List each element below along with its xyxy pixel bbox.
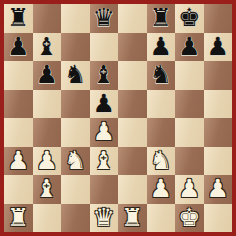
square-e7[interactable]	[118, 33, 147, 62]
black-knight: ♞	[150, 61, 172, 89]
square-c7[interactable]	[61, 33, 90, 62]
square-f7[interactable]: ♟	[147, 33, 176, 62]
square-c4[interactable]	[61, 118, 90, 147]
square-c5[interactable]	[61, 90, 90, 119]
white-rook: ♜	[7, 204, 29, 232]
square-g5[interactable]	[175, 90, 204, 119]
square-b7[interactable]: ♝	[33, 33, 62, 62]
square-e4[interactable]	[118, 118, 147, 147]
square-a5[interactable]	[4, 90, 33, 119]
white-pawn: ♟	[178, 175, 200, 203]
square-h5[interactable]	[204, 90, 233, 119]
white-pawn: ♟	[93, 118, 115, 146]
white-king: ♚	[178, 204, 200, 232]
square-b3[interactable]: ♟	[33, 147, 62, 176]
square-e5[interactable]	[118, 90, 147, 119]
black-rook: ♜	[7, 4, 29, 32]
square-a8[interactable]: ♜	[4, 4, 33, 33]
square-d2[interactable]	[90, 175, 119, 204]
white-pawn: ♟	[207, 175, 229, 203]
square-d8[interactable]: ♛	[90, 4, 119, 33]
square-g7[interactable]: ♟	[175, 33, 204, 62]
square-h8[interactable]	[204, 4, 233, 33]
square-d1[interactable]: ♛	[90, 204, 119, 233]
square-c3[interactable]: ♞	[61, 147, 90, 176]
black-pawn: ♟	[207, 33, 229, 61]
square-a7[interactable]: ♟	[4, 33, 33, 62]
square-g4[interactable]	[175, 118, 204, 147]
chess-board: ♜♛♜♚♟♝♟♟♟♟♞♝♞♟♟♟♟♞♝♞♝♟♟♟♜♛♜♚	[4, 4, 232, 232]
white-pawn: ♟	[36, 147, 58, 175]
square-e8[interactable]	[118, 4, 147, 33]
square-f3[interactable]: ♞	[147, 147, 176, 176]
white-knight: ♞	[150, 147, 172, 175]
black-pawn: ♟	[93, 90, 115, 118]
square-f5[interactable]	[147, 90, 176, 119]
square-b2[interactable]: ♝	[33, 175, 62, 204]
black-bishop: ♝	[93, 61, 115, 89]
square-h1[interactable]	[204, 204, 233, 233]
square-f2[interactable]: ♟	[147, 175, 176, 204]
square-a2[interactable]	[4, 175, 33, 204]
square-h7[interactable]: ♟	[204, 33, 233, 62]
square-b5[interactable]	[33, 90, 62, 119]
square-e2[interactable]	[118, 175, 147, 204]
black-pawn: ♟	[36, 61, 58, 89]
black-king: ♚	[178, 4, 200, 32]
square-d6[interactable]: ♝	[90, 61, 119, 90]
square-b1[interactable]	[33, 204, 62, 233]
square-g2[interactable]: ♟	[175, 175, 204, 204]
black-pawn: ♟	[178, 33, 200, 61]
square-f4[interactable]	[147, 118, 176, 147]
black-queen: ♛	[93, 4, 115, 32]
square-g1[interactable]: ♚	[175, 204, 204, 233]
square-c8[interactable]	[61, 4, 90, 33]
square-h3[interactable]	[204, 147, 233, 176]
black-rook: ♜	[150, 4, 172, 32]
square-d7[interactable]	[90, 33, 119, 62]
square-h4[interactable]	[204, 118, 233, 147]
square-a1[interactable]: ♜	[4, 204, 33, 233]
square-f6[interactable]: ♞	[147, 61, 176, 90]
square-h6[interactable]	[204, 61, 233, 90]
square-a6[interactable]	[4, 61, 33, 90]
square-c1[interactable]	[61, 204, 90, 233]
chess-board-frame: ♜♛♜♚♟♝♟♟♟♟♞♝♞♟♟♟♟♞♝♞♝♟♟♟♜♛♜♚	[0, 0, 236, 236]
white-rook: ♜	[121, 204, 143, 232]
white-bishop: ♝	[36, 175, 58, 203]
square-e1[interactable]: ♜	[118, 204, 147, 233]
square-f1[interactable]	[147, 204, 176, 233]
black-pawn: ♟	[7, 33, 29, 61]
square-d4[interactable]: ♟	[90, 118, 119, 147]
square-d3[interactable]: ♝	[90, 147, 119, 176]
square-b6[interactable]: ♟	[33, 61, 62, 90]
black-knight: ♞	[64, 61, 86, 89]
square-c6[interactable]: ♞	[61, 61, 90, 90]
square-b8[interactable]	[33, 4, 62, 33]
square-f8[interactable]: ♜	[147, 4, 176, 33]
square-h2[interactable]: ♟	[204, 175, 233, 204]
square-a4[interactable]	[4, 118, 33, 147]
square-g3[interactable]	[175, 147, 204, 176]
square-a3[interactable]: ♟	[4, 147, 33, 176]
square-g6[interactable]	[175, 61, 204, 90]
white-queen: ♛	[93, 204, 115, 232]
white-knight: ♞	[64, 147, 86, 175]
white-bishop: ♝	[93, 147, 115, 175]
square-g8[interactable]: ♚	[175, 4, 204, 33]
square-c2[interactable]	[61, 175, 90, 204]
black-bishop: ♝	[36, 33, 58, 61]
square-b4[interactable]	[33, 118, 62, 147]
square-e6[interactable]	[118, 61, 147, 90]
black-pawn: ♟	[150, 33, 172, 61]
white-pawn: ♟	[7, 147, 29, 175]
square-d5[interactable]: ♟	[90, 90, 119, 119]
white-pawn: ♟	[150, 175, 172, 203]
square-e3[interactable]	[118, 147, 147, 176]
